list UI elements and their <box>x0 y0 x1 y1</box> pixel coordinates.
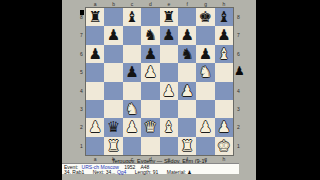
black-p-piece: ♟ <box>160 26 178 44</box>
square-e5[interactable] <box>160 63 178 81</box>
rank-label-7-right: 7 <box>236 26 241 44</box>
white-n-piece: ♞ <box>196 63 214 81</box>
square-d5[interactable]: ♟ <box>141 63 159 81</box>
rank-label-2-left: 2 <box>79 118 84 136</box>
chess-board[interactable]: ♜♝♜♚♝♟♞♟♟♟♟♟♞♟♝♟♟♞♟♟♞♟♛♟♛♝♟♟♜♜♚ <box>86 8 233 155</box>
square-g7[interactable] <box>196 26 214 44</box>
white-b-piece: ♝ <box>160 118 178 136</box>
square-b3[interactable] <box>104 100 122 118</box>
rank-label-3-left: 3 <box>79 100 84 118</box>
rank-label-6-left: 6 <box>79 45 84 63</box>
file-label-b-top: b <box>104 2 122 7</box>
rank-label-3-right: 3 <box>236 100 241 118</box>
square-g1[interactable] <box>196 137 214 155</box>
square-f5[interactable] <box>178 63 196 81</box>
square-d2[interactable]: ♛ <box>141 118 159 136</box>
rank-label-8-right: 8 <box>236 8 241 26</box>
file-label-f-top: f <box>178 2 196 7</box>
next-move-link[interactable]: Qg4 <box>117 169 126 175</box>
square-f8[interactable] <box>178 8 196 26</box>
square-h8[interactable]: ♝ <box>215 8 233 26</box>
square-e2[interactable]: ♝ <box>160 118 178 136</box>
next-move-label: Next: 34... <box>93 169 116 175</box>
square-e8[interactable]: ♜ <box>160 8 178 26</box>
square-c5[interactable]: ♟ <box>123 63 141 81</box>
square-f7[interactable]: ♟ <box>178 26 196 44</box>
square-a2[interactable]: ♟ <box>86 118 104 136</box>
square-f4[interactable]: ♟ <box>178 82 196 100</box>
square-b5[interactable] <box>104 63 122 81</box>
square-h2[interactable]: ♟ <box>215 118 233 136</box>
white-r-piece: ♜ <box>104 137 122 155</box>
square-h5[interactable] <box>215 63 233 81</box>
square-a1[interactable] <box>86 137 104 155</box>
square-a8[interactable]: ♜ <box>86 8 104 26</box>
square-g4[interactable] <box>196 82 214 100</box>
square-a4[interactable] <box>86 82 104 100</box>
square-e7[interactable]: ♟ <box>160 26 178 44</box>
rank-label-4-left: 4 <box>79 82 84 100</box>
square-h6[interactable]: ♝ <box>215 45 233 63</box>
black-p-piece: ♟ <box>178 26 196 44</box>
black-n-piece: ♞ <box>141 26 159 44</box>
chess-gui-panel: ♜♝♜♚♝♟♞♟♟♟♟♟♞♟♝♟♟♞♟♟♞♟♛♟♛♝♟♟♜♜♚ abcdefgh… <box>62 0 256 180</box>
file-label-a-top: a <box>86 2 104 7</box>
white-k-piece: ♚ <box>215 137 233 155</box>
rank-label-1-left: 1 <box>79 137 84 155</box>
square-h7[interactable]: ♟ <box>215 26 233 44</box>
rank-label-4-right: 4 <box>236 82 241 100</box>
white-p-piece: ♟ <box>178 82 196 100</box>
black-k-piece: ♚ <box>196 8 214 26</box>
square-e4[interactable]: ♟ <box>160 82 178 100</box>
square-f3[interactable] <box>178 100 196 118</box>
file-label-c-top: c <box>123 2 141 7</box>
square-b2[interactable]: ♛ <box>104 118 122 136</box>
black-b-piece: ♝ <box>215 8 233 26</box>
square-g3[interactable] <box>196 100 214 118</box>
square-d7[interactable]: ♞ <box>141 26 159 44</box>
square-g6[interactable]: ♟ <box>196 45 214 63</box>
square-h1[interactable]: ♚ <box>215 137 233 155</box>
black-p-piece: ♟ <box>141 45 159 63</box>
material-pawn-icon: ♟ <box>187 169 191 175</box>
square-g5[interactable]: ♞ <box>196 63 214 81</box>
rank-label-5-left: 5 <box>79 63 84 81</box>
game-info-panel: Event: URS-ch Moscow 1952 A48 34. Rab1 N… <box>62 163 239 175</box>
square-c8[interactable]: ♝ <box>123 8 141 26</box>
rank-label-1-right: 1 <box>236 137 241 155</box>
white-p-piece: ♟ <box>215 118 233 136</box>
square-c7[interactable] <box>123 26 141 44</box>
square-b7[interactable]: ♟ <box>104 26 122 44</box>
white-p-piece: ♟ <box>141 63 159 81</box>
captured-pawn-icon: ♟ <box>234 64 245 78</box>
square-c4[interactable] <box>123 82 141 100</box>
rank-label-6-right: 6 <box>236 45 241 63</box>
square-a6[interactable]: ♟ <box>86 45 104 63</box>
square-d6[interactable]: ♟ <box>141 45 159 63</box>
square-f2[interactable] <box>178 118 196 136</box>
move-status-line: 34. Rab1 Next: 34... Qg4 Length: 91 Mate… <box>64 170 192 175</box>
last-move[interactable]: 34. Rab1 <box>64 169 84 175</box>
square-b4[interactable] <box>104 82 122 100</box>
black-b-piece: ♝ <box>123 8 141 26</box>
square-a3[interactable] <box>86 100 104 118</box>
square-d3[interactable] <box>141 100 159 118</box>
square-c2[interactable]: ♟ <box>123 118 141 136</box>
square-e3[interactable] <box>160 100 178 118</box>
square-d1[interactable] <box>141 137 159 155</box>
square-b6[interactable] <box>104 45 122 63</box>
black-q-piece: ♛ <box>104 118 122 136</box>
black-p-piece: ♟ <box>215 26 233 44</box>
file-label-e-top: e <box>160 2 178 7</box>
white-b-piece: ♝ <box>215 45 233 63</box>
black-p-piece: ♟ <box>196 45 214 63</box>
square-h3[interactable] <box>215 100 233 118</box>
square-a5[interactable] <box>86 63 104 81</box>
black-r-piece: ♜ <box>160 8 178 26</box>
white-p-piece: ♟ <box>160 82 178 100</box>
white-q-piece: ♛ <box>141 118 159 136</box>
file-label-h-top: h <box>215 2 233 7</box>
game-length: Length: 91 <box>135 169 159 175</box>
file-label-g-top: g <box>196 2 214 7</box>
square-a7[interactable] <box>86 26 104 44</box>
square-g8[interactable]: ♚ <box>196 8 214 26</box>
square-c6[interactable] <box>123 45 141 63</box>
square-h4[interactable] <box>215 82 233 100</box>
file-label-d-top: d <box>141 2 159 7</box>
white-n-piece: ♞ <box>123 100 141 118</box>
rank-label-2-right: 2 <box>236 118 241 136</box>
black-n-piece: ♞ <box>178 45 196 63</box>
rank-label-7-left: 7 <box>79 26 84 44</box>
square-b8[interactable] <box>104 8 122 26</box>
black-p-piece: ♟ <box>104 26 122 44</box>
square-d4[interactable] <box>141 82 159 100</box>
square-b1[interactable]: ♜ <box>104 137 122 155</box>
app-window: ♜♝♜♚♝♟♞♟♟♟♟♟♞♟♝♟♟♞♟♟♞♟♛♟♛♝♟♟♜♜♚ abcdefgh… <box>0 0 320 180</box>
square-c3[interactable]: ♞ <box>123 100 141 118</box>
white-p-piece: ♟ <box>86 118 104 136</box>
square-f1[interactable]: ♜ <box>178 137 196 155</box>
square-e6[interactable] <box>160 45 178 63</box>
white-r-piece: ♜ <box>178 137 196 155</box>
square-g2[interactable]: ♟ <box>196 118 214 136</box>
square-f6[interactable]: ♞ <box>178 45 196 63</box>
square-c1[interactable] <box>123 137 141 155</box>
square-e1[interactable] <box>160 137 178 155</box>
black-p-piece: ♟ <box>86 45 104 63</box>
black-r-piece: ♜ <box>86 8 104 26</box>
white-p-piece: ♟ <box>196 118 214 136</box>
rank-label-8-left: 8 <box>79 8 84 26</box>
white-p-piece: ♟ <box>123 118 141 136</box>
square-d8[interactable] <box>141 8 159 26</box>
material-label: Material: <box>167 169 186 175</box>
black-p-piece: ♟ <box>123 63 141 81</box>
